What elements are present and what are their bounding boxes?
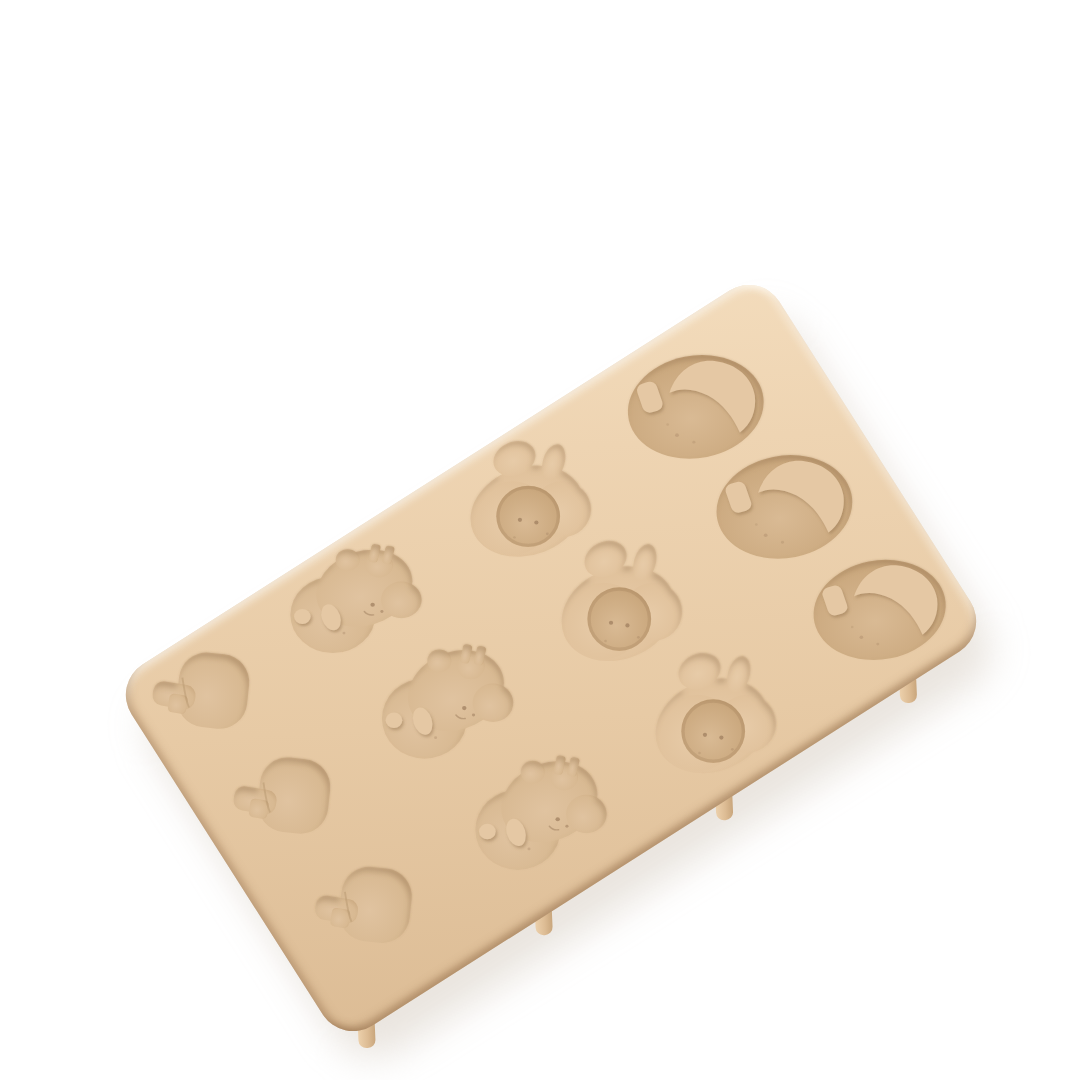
cavity-squirrel-row2 [709,447,859,567]
cavity-rabbit-row3 [641,647,787,778]
koala-mold-shape [468,751,616,875]
mushroom-mold-shape [231,753,335,839]
cavity-squirrel-row3 [807,552,953,668]
mushroom-mold-shape [312,862,416,948]
product-photo-stage [0,0,1080,1080]
cavity-koala-row2 [375,640,523,764]
squirrel-mold-shape [709,447,859,567]
cavity-mushroom-row1 [150,648,254,734]
mushroom-mold-shape [150,648,254,734]
cavity-koala-row3 [468,751,616,875]
squirrel-mold-shape [807,552,953,668]
rabbit-mold-shape [641,647,787,778]
cavity-mushroom-row3 [312,862,416,948]
silicone-mold-tray [112,271,990,1045]
koala-mold-shape [375,640,523,764]
cavity-mushroom-row2 [231,753,335,839]
